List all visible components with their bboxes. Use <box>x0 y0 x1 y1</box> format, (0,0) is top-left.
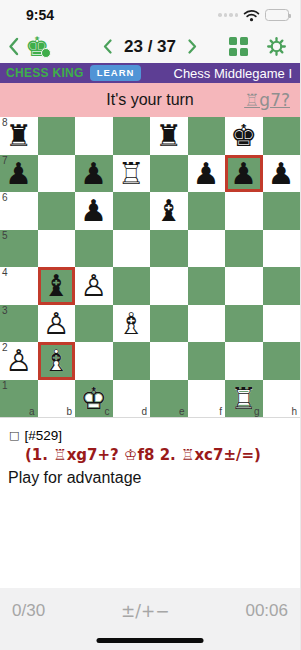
square-c5[interactable] <box>75 230 113 268</box>
home-indicator[interactable] <box>97 638 204 643</box>
piece-bb-e6[interactable]: ♝ <box>150 192 188 230</box>
piece-bp-c7[interactable]: ♟ <box>75 155 113 193</box>
square-e2[interactable] <box>150 342 188 380</box>
square-c8[interactable] <box>75 117 113 155</box>
status-icons <box>218 9 289 22</box>
puzzle-header: □ [#529] <box>9 428 300 443</box>
square-e4[interactable] <box>150 267 188 305</box>
square-b8[interactable] <box>38 117 76 155</box>
square-h1[interactable]: h <box>263 380 301 418</box>
clock-time: 9:54 <box>26 7 54 23</box>
file-label-h: h <box>291 406 297 417</box>
square-e5[interactable] <box>150 230 188 268</box>
square-a6[interactable]: 6 <box>0 192 38 230</box>
chess-board: 8♜♜♚7♟♟♜♖♟♟♟6♟♝54♝♟♙3♟♙♝♗2♟♙♝♗1abc♚♔defg… <box>0 117 300 417</box>
chess-king-logo[interactable]: ♚ <box>25 33 49 60</box>
back-button[interactable] <box>8 37 19 56</box>
app-window: 9:54 ♚ 23 / 37 <box>0 0 300 650</box>
course-title: Chess Middlegame I <box>174 66 293 81</box>
square-h2[interactable] <box>263 342 301 380</box>
next-puzzle-button[interactable] <box>188 39 197 54</box>
square-e8[interactable]: ♜ <box>150 117 188 155</box>
file-label-d: d <box>141 406 147 417</box>
rank-label-8: 8 <box>2 117 8 128</box>
square-f8[interactable] <box>188 117 226 155</box>
file-label-e: e <box>179 406 185 417</box>
square-a3[interactable]: 3 <box>0 305 38 343</box>
status-bar: 9:54 <box>0 0 300 30</box>
piece-bp-f7[interactable]: ♟ <box>188 155 226 193</box>
piece-bb-b4[interactable]: ♝ <box>38 267 76 305</box>
square-d8[interactable] <box>113 117 151 155</box>
square-h4[interactable] <box>263 267 301 305</box>
square-b3[interactable]: ♟♙ <box>38 305 76 343</box>
square-c6[interactable]: ♟ <box>75 192 113 230</box>
score-counter: 0/30 <box>12 601 45 621</box>
rank-label-6: 6 <box>2 192 8 203</box>
square-f1[interactable]: f <box>188 380 226 418</box>
rank-label-7: 7 <box>2 155 8 166</box>
square-b4[interactable]: ♝ <box>38 267 76 305</box>
square-c4[interactable]: ♟♙ <box>75 267 113 305</box>
piece-bp-h7[interactable]: ♟ <box>263 155 301 193</box>
square-h3[interactable] <box>263 305 301 343</box>
rank-label-4: 4 <box>2 267 8 278</box>
piece-br-e8[interactable]: ♜ <box>150 117 188 155</box>
square-d5[interactable] <box>113 230 151 268</box>
file-label-c: c <box>105 406 110 417</box>
square-b7[interactable] <box>38 155 76 193</box>
piece-bk-g8[interactable]: ♚ <box>225 117 263 155</box>
file-label-b: b <box>66 406 72 417</box>
square-d3[interactable]: ♝♗ <box>113 305 151 343</box>
bottom-bar: 0/30 ±/+− 00:06 <box>0 588 300 650</box>
wifi-icon <box>243 9 260 22</box>
evaluation-label: ±/+− <box>121 601 169 621</box>
square-d4[interactable] <box>113 267 151 305</box>
square-a5[interactable]: 5 <box>0 230 38 268</box>
piece-wp-c4[interactable]: ♟♙ <box>75 267 113 305</box>
square-f2[interactable] <box>188 342 226 380</box>
square-f7[interactable]: ♟ <box>188 155 226 193</box>
square-d7[interactable]: ♜♖ <box>113 155 151 193</box>
file-label-a: a <box>29 406 35 417</box>
square-h8[interactable] <box>263 117 301 155</box>
square-f3[interactable] <box>188 305 226 343</box>
square-g8[interactable]: ♚ <box>225 117 263 155</box>
piece-wb-b2[interactable]: ♝♗ <box>38 342 76 380</box>
square-a8[interactable]: 8♜ <box>0 117 38 155</box>
square-b2[interactable]: ♝♗ <box>38 342 76 380</box>
logo-badge <box>41 48 51 58</box>
square-e6[interactable]: ♝ <box>150 192 188 230</box>
square-a4[interactable]: 4 <box>0 267 38 305</box>
puzzle-id: [#529] <box>24 428 62 443</box>
battery-icon <box>265 9 289 21</box>
square-g7[interactable]: ♟ <box>225 155 263 193</box>
learn-badge: LEARN <box>90 65 142 81</box>
square-f6[interactable] <box>188 192 226 230</box>
square-e7[interactable] <box>150 155 188 193</box>
square-c7[interactable]: ♟ <box>75 155 113 193</box>
annotation-panel: □ [#529] (1. ♖xg7+? ♔f8 2. ♖xc7±/=) Play… <box>0 417 300 588</box>
square-h5[interactable] <box>263 230 301 268</box>
puzzle-counter: 23 / 37 <box>124 37 176 57</box>
square-g5[interactable] <box>225 230 263 268</box>
square-a2[interactable]: 2♟♙ <box>0 342 38 380</box>
piece-bp-c6[interactable]: ♟ <box>75 192 113 230</box>
puzzle-list-icon[interactable] <box>229 37 248 56</box>
square-g4[interactable] <box>225 267 263 305</box>
square-d1[interactable]: d <box>113 380 151 418</box>
navigation-bar: ♚ 23 / 37 <box>0 30 300 63</box>
piece-wp-b3[interactable]: ♟♙ <box>38 305 76 343</box>
rank-label-5: 5 <box>2 230 8 241</box>
square-g2[interactable] <box>225 342 263 380</box>
white-to-move-symbol: □ <box>9 429 19 442</box>
square-b6[interactable] <box>38 192 76 230</box>
square-e1[interactable]: e <box>150 380 188 418</box>
square-f5[interactable] <box>188 230 226 268</box>
square-h6[interactable] <box>263 192 301 230</box>
square-c3[interactable] <box>75 305 113 343</box>
file-label-f: f <box>219 406 222 417</box>
rank-label-1: 1 <box>2 380 8 391</box>
square-c2[interactable] <box>75 342 113 380</box>
square-a7[interactable]: 7♟ <box>0 155 38 193</box>
variation-text: (1. ♖xg7+? ♔f8 2. ♖xc7±/=) <box>25 446 300 464</box>
square-g3[interactable] <box>225 305 263 343</box>
piece-wr-d7[interactable]: ♜♖ <box>113 155 151 193</box>
previous-puzzle-button[interactable] <box>103 39 112 54</box>
square-h7[interactable]: ♟ <box>263 155 301 193</box>
move-hint-link[interactable]: ♖g7? <box>244 90 290 110</box>
square-f4[interactable] <box>188 267 226 305</box>
piece-bp-g7[interactable]: ♟ <box>225 155 263 193</box>
brand-bar: CHESS KING LEARN Chess Middlegame I <box>0 63 300 83</box>
square-g6[interactable] <box>225 192 263 230</box>
timer: 00:06 <box>245 601 288 621</box>
piece-wb-d3[interactable]: ♝♗ <box>113 305 151 343</box>
file-label-g: g <box>254 406 260 417</box>
turn-bar: It's your turn ♖g7? <box>0 83 300 117</box>
square-b1[interactable]: b <box>38 380 76 418</box>
square-c1[interactable]: c♚♔ <box>75 380 113 418</box>
rank-label-3: 3 <box>2 305 8 316</box>
brand-name: CHESS KING <box>6 66 84 80</box>
square-g1[interactable]: g♜♖ <box>225 380 263 418</box>
square-e3[interactable] <box>150 305 188 343</box>
square-d6[interactable] <box>113 192 151 230</box>
square-b5[interactable] <box>38 230 76 268</box>
cellular-signal-icon <box>218 13 238 17</box>
square-d2[interactable] <box>113 342 151 380</box>
instruction-text: Play for advantage <box>8 469 300 487</box>
rank-label-2: 2 <box>2 342 8 353</box>
settings-gear-icon[interactable] <box>266 36 287 57</box>
square-a1[interactable]: 1a <box>0 380 38 418</box>
